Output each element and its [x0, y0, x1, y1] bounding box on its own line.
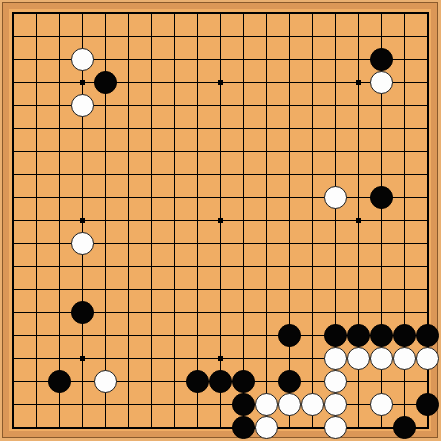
white-stone: [71, 94, 94, 117]
white-stone: [370, 71, 393, 94]
grid-line-vertical: [312, 14, 313, 428]
black-stone: [347, 324, 370, 347]
star-point: [218, 80, 223, 85]
black-stone: [370, 186, 393, 209]
white-stone: [324, 370, 347, 393]
white-stone: [71, 48, 94, 71]
star-point: [80, 218, 85, 223]
star-point: [218, 356, 223, 361]
white-stone: [71, 232, 94, 255]
black-stone: [71, 301, 94, 324]
white-stone: [278, 393, 301, 416]
white-stone: [301, 393, 324, 416]
grid-line-horizontal: [14, 266, 428, 267]
white-stone: [324, 416, 347, 439]
white-stone: [255, 393, 278, 416]
black-stone: [232, 370, 255, 393]
black-stone: [393, 324, 416, 347]
grid-line-vertical: [243, 14, 244, 428]
black-stone: [186, 370, 209, 393]
white-stone: [347, 347, 370, 370]
black-stone: [393, 416, 416, 439]
white-stone: [324, 347, 347, 370]
black-stone: [324, 324, 347, 347]
grid-line-horizontal: [14, 289, 428, 290]
white-stone: [324, 393, 347, 416]
white-stone: [324, 186, 347, 209]
black-stone: [278, 370, 301, 393]
black-stone: [416, 324, 439, 347]
goban: [0, 0, 441, 441]
grid-line-horizontal: [14, 404, 428, 405]
star-point: [80, 356, 85, 361]
grid-line-vertical: [266, 14, 267, 428]
star-point: [356, 218, 361, 223]
black-stone: [278, 324, 301, 347]
goban-grid: [0, 0, 441, 441]
star-point: [218, 218, 223, 223]
star-point: [356, 80, 361, 85]
white-stone: [416, 347, 439, 370]
white-stone: [370, 347, 393, 370]
white-stone: [393, 347, 416, 370]
white-stone: [255, 416, 278, 439]
white-stone: [94, 370, 117, 393]
grid-line-vertical: [289, 14, 290, 428]
black-stone: [370, 324, 393, 347]
black-stone: [48, 370, 71, 393]
black-stone: [94, 71, 117, 94]
white-stone: [370, 393, 393, 416]
black-stone: [232, 393, 255, 416]
black-stone: [416, 393, 439, 416]
black-stone: [232, 416, 255, 439]
black-stone: [209, 370, 232, 393]
star-point: [80, 80, 85, 85]
black-stone: [370, 48, 393, 71]
